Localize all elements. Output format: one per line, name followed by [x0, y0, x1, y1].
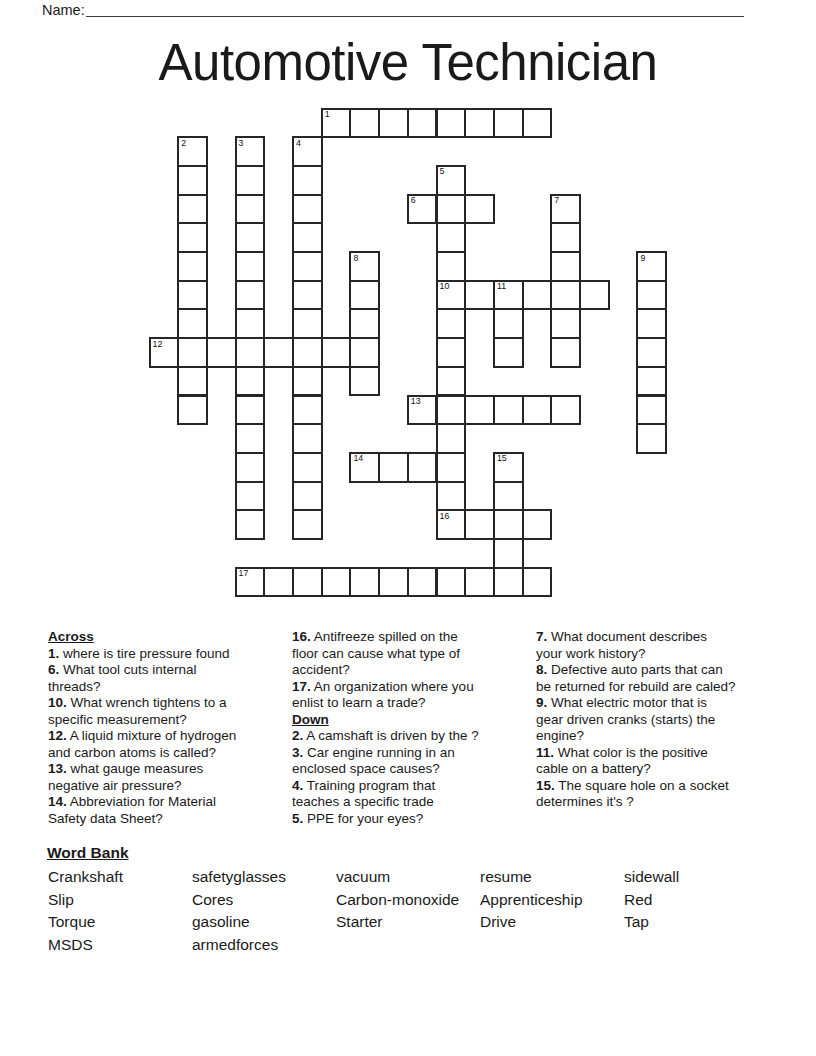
grid-cell[interactable] [436, 567, 467, 598]
grid-cell[interactable] [177, 251, 208, 282]
grid-cell[interactable] [349, 280, 380, 311]
grid-cell[interactable] [235, 165, 266, 196]
clue-7: 7. What document describesyour work hist… [536, 629, 778, 662]
grid-cell[interactable] [321, 337, 352, 368]
grid-cell[interactable] [177, 194, 208, 225]
word-bank-item: vacuum [336, 866, 480, 889]
clue-column-3: 7. What document describesyour work hist… [536, 629, 778, 811]
grid-cell[interactable] [235, 452, 266, 483]
grid-cell[interactable] [436, 251, 467, 282]
word-bank-header: Word Bank [47, 844, 129, 862]
grid-cell[interactable] [464, 280, 495, 311]
grid-cell[interactable] [292, 567, 323, 598]
grid-cell[interactable]: 4 [292, 136, 323, 167]
word-bank: Crankshaftsafetyglassesvacuumresumesidew… [48, 866, 768, 956]
grid-cell[interactable] [263, 337, 294, 368]
grid-cell[interactable] [636, 366, 667, 397]
grid-cell[interactable] [292, 251, 323, 282]
grid-cell[interactable] [493, 567, 524, 598]
grid-cell[interactable] [550, 251, 581, 282]
grid-cell[interactable] [349, 567, 380, 598]
grid-cell[interactable] [235, 509, 266, 540]
grid-cell[interactable] [235, 395, 266, 426]
grid-cell[interactable] [522, 567, 553, 598]
grid-cell[interactable]: 17 [235, 567, 266, 598]
grid-cell[interactable] [378, 567, 409, 598]
grid-cell[interactable]: 2 [177, 136, 208, 167]
grid-cell[interactable] [550, 280, 581, 311]
clue-5: 5. PPE for your eyes? [292, 811, 534, 828]
grid-cell[interactable] [292, 280, 323, 311]
grid-cell[interactable] [292, 509, 323, 540]
grid-cell[interactable] [436, 395, 467, 426]
grid-cell[interactable] [436, 452, 467, 483]
clue-14: 14. Abbreviation for MaterialSafety data… [48, 794, 290, 827]
word-bank-item: armedforces [192, 934, 336, 957]
grid-cell[interactable]: 3 [235, 136, 266, 167]
grid-cell[interactable] [636, 337, 667, 368]
across-header: Across [48, 629, 94, 644]
grid-cell[interactable]: 15 [493, 452, 524, 483]
grid-cell[interactable] [407, 567, 438, 598]
grid-cell[interactable] [464, 108, 495, 139]
grid-cell[interactable] [349, 366, 380, 397]
grid-cell[interactable] [522, 395, 553, 426]
word-bank-item: Cores [192, 889, 336, 912]
grid-cell[interactable] [235, 251, 266, 282]
clue-15: 15. The square hole on a socketdetermine… [536, 778, 778, 811]
word-bank-item: Apprenticeship [480, 889, 624, 912]
grid-cell[interactable] [493, 108, 524, 139]
grid-cell[interactable]: 1 [321, 108, 352, 139]
grid-cell[interactable] [493, 509, 524, 540]
grid-cell[interactable] [292, 395, 323, 426]
clue-4: 4. Training program thatteaches a specif… [292, 778, 534, 811]
grid-cell[interactable] [493, 308, 524, 339]
clue-17: 17. An organization where youenlist to l… [292, 679, 534, 712]
grid-cell[interactable] [235, 423, 266, 454]
clue-number: 3 [239, 139, 244, 149]
clue-number: 9 [640, 254, 645, 264]
word-bank-item: Torque [48, 911, 192, 934]
clue-2: 2. A camshaft is driven by the ? [292, 728, 534, 745]
clue-number: 1 [325, 110, 330, 120]
grid-cell[interactable] [349, 308, 380, 339]
grid-cell[interactable] [292, 165, 323, 196]
grid-cell[interactable] [177, 366, 208, 397]
clue-12: 12. A liquid mixture of hydrogenand carb… [48, 728, 290, 761]
grid-cell[interactable] [436, 308, 467, 339]
clue-10: 10. What wrench tightens to aspecific me… [48, 695, 290, 728]
clue-number: 8 [353, 254, 358, 264]
clue-number: 2 [181, 139, 186, 149]
grid-cell[interactable]: 14 [349, 452, 380, 483]
grid-cell[interactable] [177, 337, 208, 368]
word-bank-item: Starter [336, 911, 480, 934]
grid-cell[interactable]: 13 [407, 395, 438, 426]
grid-cell[interactable] [321, 567, 352, 598]
grid-cell[interactable] [636, 395, 667, 426]
grid-cell[interactable] [464, 194, 495, 225]
clue-number: 5 [440, 167, 445, 177]
clue-column-2: 16. Antifreeze spilled on thefloor can c… [292, 629, 534, 828]
grid-cell[interactable] [436, 366, 467, 397]
grid-cell[interactable]: 6 [407, 194, 438, 225]
grid-cell[interactable] [292, 452, 323, 483]
grid-cell[interactable] [522, 108, 553, 139]
grid-cell[interactable] [636, 308, 667, 339]
grid-cell[interactable] [436, 481, 467, 512]
grid-cell[interactable] [292, 423, 323, 454]
clue-11: 11. What color is the positivecable on a… [536, 745, 778, 778]
grid-cell[interactable] [550, 222, 581, 253]
grid-cell[interactable] [436, 194, 467, 225]
clue-number: 14 [353, 454, 363, 464]
grid-cell[interactable] [235, 481, 266, 512]
crossword-grid: 1234567891011121314151617 [150, 109, 667, 597]
grid-cell[interactable]: 7 [550, 194, 581, 225]
grid-cell[interactable] [177, 308, 208, 339]
down-header: Down [292, 712, 329, 727]
grid-cell[interactable]: 5 [436, 165, 467, 196]
word-bank-item: MSDS [48, 934, 192, 957]
grid-cell[interactable] [177, 280, 208, 311]
grid-cell[interactable] [235, 337, 266, 368]
word-bank-item: Carbon-monoxide [336, 889, 480, 912]
grid-cell[interactable] [263, 567, 294, 598]
grid-cell[interactable] [436, 423, 467, 454]
clue-9: 9. What electric motor that isgear drive… [536, 695, 778, 745]
clue-16: 16. Antifreeze spilled on thefloor can c… [292, 629, 534, 679]
grid-cell[interactable] [636, 280, 667, 311]
grid-cell[interactable] [177, 165, 208, 196]
grid-cell[interactable] [292, 194, 323, 225]
grid-cell[interactable] [464, 567, 495, 598]
grid-cell[interactable] [464, 509, 495, 540]
grid-cell[interactable]: 10 [436, 280, 467, 311]
grid-cell[interactable] [407, 108, 438, 139]
word-bank-item: Drive [480, 911, 624, 934]
grid-cell[interactable] [550, 395, 581, 426]
clue-number: 10 [440, 282, 450, 292]
word-bank-item: safetyglasses [192, 866, 336, 889]
clue-1: 1. where is tire pressure found [48, 646, 290, 663]
name-blank-line[interactable] [86, 0, 744, 17]
page-title: Automotive Technician [0, 33, 816, 92]
grid-cell[interactable] [522, 280, 553, 311]
grid-cell[interactable] [464, 395, 495, 426]
grid-cell[interactable] [177, 395, 208, 426]
grid-cell[interactable]: 12 [149, 337, 180, 368]
grid-cell[interactable] [493, 481, 524, 512]
grid-cell[interactable] [407, 452, 438, 483]
clue-number: 4 [296, 139, 301, 149]
name-label: Name: [42, 2, 85, 18]
grid-cell[interactable] [522, 509, 553, 540]
grid-cell[interactable]: 8 [349, 251, 380, 282]
grid-cell[interactable] [378, 108, 409, 139]
grid-cell[interactable] [235, 280, 266, 311]
grid-cell[interactable] [436, 108, 467, 139]
grid-cell[interactable]: 9 [636, 251, 667, 282]
word-bank-item: Crankshaft [48, 866, 192, 889]
grid-cell[interactable] [579, 280, 610, 311]
clue-number: 15 [497, 454, 507, 464]
grid-cell[interactable] [292, 222, 323, 253]
clue-number: 17 [239, 569, 249, 579]
grid-cell[interactable] [493, 337, 524, 368]
grid-cell[interactable] [292, 308, 323, 339]
grid-cell[interactable]: 16 [436, 509, 467, 540]
clue-number: 13 [411, 397, 421, 407]
grid-cell[interactable] [292, 337, 323, 368]
grid-cell[interactable]: 11 [493, 280, 524, 311]
word-bank-item: Slip [48, 889, 192, 912]
grid-cell[interactable] [177, 222, 208, 253]
clue-number: 16 [440, 512, 450, 522]
clue-column-1: Across1. where is tire pressure found6. … [48, 629, 290, 828]
grid-cell[interactable] [235, 366, 266, 397]
grid-cell[interactable] [636, 423, 667, 454]
word-bank-item: gasoline [192, 911, 336, 934]
clue-number: 12 [153, 340, 163, 350]
grid-cell[interactable] [550, 308, 581, 339]
grid-cell[interactable] [378, 452, 409, 483]
grid-cell[interactable] [292, 366, 323, 397]
clue-number: 6 [411, 196, 416, 206]
grid-cell[interactable] [292, 481, 323, 512]
grid-cell[interactable] [493, 395, 524, 426]
word-bank-item: resume [480, 866, 624, 889]
clue-8: 8. Defective auto parts that canbe retur… [536, 662, 778, 695]
grid-cell[interactable] [550, 337, 581, 368]
grid-cell[interactable] [206, 337, 237, 368]
word-bank-item: Red [624, 889, 768, 912]
clue-6: 6. What tool cuts internalthreads? [48, 662, 290, 695]
grid-cell[interactable] [436, 222, 467, 253]
grid-cell[interactable] [493, 538, 524, 569]
grid-cell[interactable] [349, 108, 380, 139]
grid-cell[interactable] [349, 337, 380, 368]
clue-number: 11 [497, 282, 506, 292]
clue-number: 7 [554, 196, 559, 206]
grid-cell[interactable] [235, 194, 266, 225]
grid-cell[interactable] [436, 337, 467, 368]
word-bank-item: sidewall [624, 866, 768, 889]
word-bank-item: Tap [624, 911, 768, 934]
grid-cell[interactable] [235, 308, 266, 339]
clue-3: 3. Car engine running in anenclosed spac… [292, 745, 534, 778]
grid-cell[interactable] [235, 222, 266, 253]
clue-13: 13. what gauge measuresnegative air pres… [48, 761, 290, 794]
